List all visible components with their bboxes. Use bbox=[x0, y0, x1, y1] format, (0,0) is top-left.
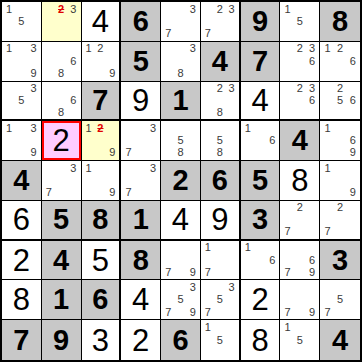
empty-candidate-slot bbox=[306, 346, 318, 359]
candidate-1: 1 bbox=[3, 122, 15, 134]
empty-candidate-slot bbox=[306, 214, 318, 226]
empty-candidate-slot bbox=[28, 94, 40, 106]
empty-candidate-slot bbox=[321, 67, 334, 79]
empty-candidate-slot bbox=[106, 43, 118, 55]
solved-digit: 5 bbox=[92, 245, 109, 276]
empty-candidate-slot bbox=[174, 15, 186, 27]
empty-candidate-slot bbox=[226, 254, 238, 266]
cell-r3c8[interactable]: 236 bbox=[280, 82, 320, 122]
empty-candidate-slot bbox=[266, 122, 278, 134]
empty-candidate-slot bbox=[43, 67, 55, 79]
given-digit: 6 bbox=[172, 326, 188, 355]
pencil-marks: 256 bbox=[321, 83, 359, 119]
cell-r1c8[interactable]: 15 bbox=[280, 2, 320, 42]
empty-candidate-slot bbox=[242, 135, 254, 147]
pencil-marks: 139 bbox=[3, 43, 40, 80]
empty-candidate-slot bbox=[122, 122, 134, 134]
empty-candidate-slot bbox=[94, 55, 106, 67]
empty-candidate-slot bbox=[15, 28, 27, 40]
empty-candidate-slot bbox=[306, 202, 318, 214]
candidate-9: 9 bbox=[187, 266, 199, 278]
pencil-marks: 236 bbox=[281, 83, 318, 119]
empty-candidate-slot bbox=[321, 55, 334, 67]
empty-candidate-slot bbox=[334, 55, 347, 67]
empty-candidate-slot bbox=[55, 43, 67, 55]
given-digit: 2 bbox=[172, 166, 188, 195]
empty-candidate-slot bbox=[174, 28, 186, 40]
empty-candidate-slot bbox=[3, 147, 15, 159]
cell-r5c1[interactable]: 4 bbox=[2, 161, 42, 201]
empty-candidate-slot bbox=[334, 306, 347, 318]
empty-candidate-slot bbox=[294, 294, 306, 306]
empty-candidate-slot bbox=[202, 94, 214, 106]
empty-candidate-slot bbox=[294, 254, 306, 266]
empty-candidate-slot bbox=[294, 67, 306, 79]
empty-candidate-slot bbox=[106, 122, 118, 134]
candidate-7: 7 bbox=[202, 28, 214, 40]
empty-candidate-slot bbox=[281, 15, 293, 27]
empty-candidate-slot bbox=[294, 281, 306, 293]
cell-r9c7[interactable]: 8 bbox=[241, 320, 281, 360]
empty-candidate-slot bbox=[15, 106, 27, 118]
empty-candidate-slot bbox=[266, 242, 278, 254]
empty-candidate-slot bbox=[226, 28, 238, 40]
empty-candidate-slot bbox=[281, 67, 293, 79]
candidate-7: 7 bbox=[43, 187, 55, 199]
empty-candidate-slot bbox=[334, 214, 347, 226]
candidate-2: 2 bbox=[214, 3, 226, 15]
pencil-marks: 79 bbox=[162, 242, 199, 279]
pencil-marks: 19 bbox=[321, 162, 359, 199]
cell-r1c5[interactable]: 37 bbox=[161, 2, 201, 42]
empty-candidate-slot bbox=[214, 94, 226, 106]
empty-candidate-slot bbox=[226, 334, 238, 347]
cell-r9c2[interactable]: 9 bbox=[42, 320, 82, 360]
empty-candidate-slot bbox=[254, 242, 266, 254]
solved-digit: 4 bbox=[251, 85, 268, 116]
empty-candidate-slot bbox=[83, 67, 95, 79]
pencil-marks: 17 bbox=[202, 242, 238, 279]
empty-candidate-slot bbox=[226, 266, 238, 278]
cell-r2c5[interactable]: 38 bbox=[161, 42, 201, 82]
cell-r9c8[interactable]: 15 bbox=[280, 320, 320, 360]
candidate-1: 1 bbox=[281, 321, 293, 334]
pencil-marks: 679 bbox=[281, 242, 318, 279]
cell-r7c5[interactable]: 79 bbox=[161, 241, 201, 281]
cell-r9c3[interactable]: 3 bbox=[82, 320, 122, 360]
empty-candidate-slot bbox=[306, 67, 318, 79]
cell-r5c9[interactable]: 19 bbox=[320, 161, 360, 201]
empty-candidate-slot bbox=[147, 135, 159, 147]
empty-candidate-slot bbox=[28, 55, 40, 67]
empty-candidate-slot bbox=[174, 306, 186, 318]
empty-candidate-slot bbox=[162, 55, 174, 67]
empty-candidate-slot bbox=[242, 266, 254, 278]
candidate-7: 7 bbox=[321, 306, 334, 318]
empty-candidate-slot bbox=[346, 106, 359, 118]
candidate-3: 3 bbox=[187, 281, 199, 293]
candidate-2: 2 bbox=[334, 43, 347, 55]
cell-r9c1[interactable]: 7 bbox=[2, 320, 42, 360]
empty-candidate-slot bbox=[94, 135, 106, 147]
candidate-5: 5 bbox=[174, 294, 186, 306]
empty-candidate-slot bbox=[162, 147, 174, 159]
candidate-8: 8 bbox=[214, 106, 226, 118]
empty-candidate-slot bbox=[294, 3, 306, 15]
empty-candidate-slot bbox=[321, 106, 334, 118]
cell-r1c7[interactable]: 9 bbox=[241, 2, 281, 42]
empty-candidate-slot bbox=[321, 94, 334, 106]
empty-candidate-slot bbox=[67, 28, 79, 40]
cell-r6c9[interactable]: 27 bbox=[320, 201, 360, 241]
candidate-9: 9 bbox=[346, 147, 359, 159]
empty-candidate-slot bbox=[162, 254, 174, 266]
empty-candidate-slot bbox=[306, 281, 318, 293]
given-digit: 9 bbox=[252, 7, 268, 36]
empty-candidate-slot bbox=[321, 187, 334, 199]
empty-candidate-slot bbox=[306, 294, 318, 306]
pencil-marks: 15 bbox=[3, 3, 40, 40]
empty-candidate-slot bbox=[294, 106, 306, 118]
empty-candidate-slot bbox=[15, 3, 27, 15]
empty-candidate-slot bbox=[226, 135, 238, 147]
cell-r6c2[interactable]: 5 bbox=[42, 201, 82, 241]
cell-r8c4[interactable]: 4 bbox=[121, 280, 161, 320]
cell-r8c3[interactable]: 6 bbox=[82, 280, 122, 320]
candidate-8: 8 bbox=[174, 67, 186, 79]
empty-candidate-slot bbox=[28, 106, 40, 118]
empty-candidate-slot bbox=[174, 281, 186, 293]
empty-candidate-slot bbox=[162, 135, 174, 147]
empty-candidate-slot bbox=[67, 174, 79, 186]
cell-r4c9[interactable]: 169 bbox=[320, 121, 360, 161]
empty-candidate-slot bbox=[55, 55, 67, 67]
empty-candidate-slot bbox=[174, 122, 186, 134]
cell-r5c2[interactable]: 37 bbox=[42, 161, 82, 201]
empty-candidate-slot bbox=[135, 162, 147, 174]
empty-candidate-slot bbox=[15, 83, 27, 95]
cell-r2c8[interactable]: 236 bbox=[280, 42, 320, 82]
candidate-5: 5 bbox=[334, 94, 347, 106]
cell-r1c6[interactable]: 237 bbox=[201, 2, 241, 42]
empty-candidate-slot bbox=[202, 135, 214, 147]
cell-r7c9[interactable]: 3 bbox=[320, 241, 360, 281]
solved-digit: 2 bbox=[251, 284, 268, 315]
pencil-marks: 16 bbox=[242, 122, 279, 159]
cell-r2c4[interactable]: 5 bbox=[121, 42, 161, 82]
empty-candidate-slot bbox=[226, 294, 238, 306]
empty-candidate-slot bbox=[43, 15, 55, 27]
cell-r3c3[interactable]: 7 bbox=[82, 82, 122, 122]
pencil-marks: 68 bbox=[43, 43, 80, 80]
empty-candidate-slot bbox=[214, 254, 226, 266]
pencil-marks: 37 bbox=[162, 3, 199, 40]
cell-r1c4[interactable]: 6 bbox=[121, 2, 161, 42]
cell-r7c1[interactable]: 2 bbox=[2, 241, 42, 281]
candidate-5: 5 bbox=[214, 334, 226, 347]
cell-r4c4[interactable]: 37 bbox=[121, 121, 161, 161]
pencil-marks: 129 bbox=[83, 43, 119, 80]
given-digit: 7 bbox=[92, 86, 108, 115]
empty-candidate-slot bbox=[281, 254, 293, 266]
cell-r2c6[interactable]: 4 bbox=[201, 42, 241, 82]
cell-r7c2[interactable]: 4 bbox=[42, 241, 82, 281]
empty-candidate-slot bbox=[43, 174, 55, 186]
cell-r9c6[interactable]: 15 bbox=[201, 320, 241, 360]
given-digit: 4 bbox=[292, 126, 308, 155]
cell-r6c3[interactable]: 8 bbox=[82, 201, 122, 241]
empty-candidate-slot bbox=[294, 242, 306, 254]
candidate-9: 9 bbox=[346, 187, 359, 199]
empty-candidate-slot bbox=[214, 321, 226, 334]
cell-r9c9[interactable]: 4 bbox=[320, 320, 360, 360]
cell-r3c1[interactable]: 35 bbox=[2, 82, 42, 122]
cell-r3c2[interactable]: 68 bbox=[42, 82, 82, 122]
cell-r4c8[interactable]: 4 bbox=[280, 121, 320, 161]
candidate-9: 9 bbox=[187, 306, 199, 318]
candidate-6: 6 bbox=[346, 94, 359, 106]
cell-r2c2[interactable]: 68 bbox=[42, 42, 82, 82]
empty-candidate-slot bbox=[226, 122, 238, 134]
given-digit: 1 bbox=[133, 205, 149, 234]
empty-candidate-slot bbox=[214, 28, 226, 40]
empty-candidate-slot bbox=[43, 94, 55, 106]
cell-r1c1[interactable]: 15 bbox=[2, 2, 42, 42]
cell-r8c1[interactable]: 8 bbox=[2, 280, 42, 320]
empty-candidate-slot bbox=[321, 214, 334, 226]
cell-r6c4[interactable]: 1 bbox=[121, 201, 161, 241]
empty-candidate-slot bbox=[346, 162, 359, 174]
empty-candidate-slot bbox=[162, 3, 174, 15]
empty-candidate-slot bbox=[294, 94, 306, 106]
empty-candidate-slot bbox=[55, 83, 67, 95]
solved-digit: 8 bbox=[251, 325, 268, 356]
candidate-1: 1 bbox=[3, 43, 15, 55]
empty-candidate-slot bbox=[281, 214, 293, 226]
empty-candidate-slot bbox=[321, 83, 334, 95]
empty-candidate-slot bbox=[55, 187, 67, 199]
empty-candidate-slot bbox=[147, 174, 159, 186]
cell-r2c3[interactable]: 129 bbox=[82, 42, 122, 82]
cell-r7c3[interactable]: 5 bbox=[82, 241, 122, 281]
cell-r5c7[interactable]: 5 bbox=[241, 161, 281, 201]
cell-r3c9[interactable]: 256 bbox=[320, 82, 360, 122]
empty-candidate-slot bbox=[202, 122, 214, 134]
cell-r1c3[interactable]: 4 bbox=[82, 2, 122, 42]
pencil-marks: 37 bbox=[122, 122, 159, 159]
empty-candidate-slot bbox=[174, 254, 186, 266]
cell-r1c2[interactable]: 23 bbox=[42, 2, 82, 42]
empty-candidate-slot bbox=[83, 174, 95, 186]
cell-r7c6[interactable]: 17 bbox=[201, 241, 241, 281]
empty-candidate-slot bbox=[321, 294, 334, 306]
cell-r4c2[interactable]: 2 bbox=[42, 121, 82, 161]
candidate-5: 5 bbox=[15, 15, 27, 27]
cell-r2c9[interactable]: 126 bbox=[320, 42, 360, 82]
given-digit: 4 bbox=[212, 47, 228, 76]
empty-candidate-slot bbox=[83, 135, 95, 147]
empty-candidate-slot bbox=[28, 15, 40, 27]
candidate-5: 5 bbox=[214, 135, 226, 147]
empty-candidate-slot bbox=[67, 187, 79, 199]
cell-r6c5[interactable]: 4 bbox=[161, 201, 201, 241]
cell-r2c7[interactable]: 7 bbox=[241, 42, 281, 82]
cell-r4c7[interactable]: 16 bbox=[241, 121, 281, 161]
cell-r9c5[interactable]: 6 bbox=[161, 320, 201, 360]
empty-candidate-slot bbox=[254, 135, 266, 147]
candidate-7: 7 bbox=[162, 266, 174, 278]
solved-digit: 2 bbox=[53, 125, 70, 156]
cell-r7c7[interactable]: 16 bbox=[241, 241, 281, 281]
empty-candidate-slot bbox=[226, 306, 238, 318]
given-digit: 5 bbox=[53, 205, 69, 234]
empty-candidate-slot bbox=[226, 147, 238, 159]
candidate-1: 1 bbox=[83, 162, 95, 174]
candidate-3: 3 bbox=[147, 162, 159, 174]
candidate-7: 7 bbox=[281, 226, 293, 238]
given-digit: 7 bbox=[13, 326, 29, 355]
cell-r8c8[interactable]: 79 bbox=[280, 280, 320, 320]
empty-candidate-slot bbox=[202, 294, 214, 306]
pencil-marks: 27 bbox=[321, 202, 359, 238]
empty-candidate-slot bbox=[187, 28, 199, 40]
candidate-8: 8 bbox=[55, 67, 67, 79]
cell-r8c2[interactable]: 1 bbox=[42, 280, 82, 320]
cell-r3c6[interactable]: 238 bbox=[201, 82, 241, 122]
cell-r4c1[interactable]: 139 bbox=[2, 121, 42, 161]
empty-candidate-slot bbox=[67, 67, 79, 79]
empty-candidate-slot bbox=[294, 214, 306, 226]
given-digit: 8 bbox=[133, 246, 149, 275]
empty-candidate-slot bbox=[202, 106, 214, 118]
empty-candidate-slot bbox=[15, 67, 27, 79]
empty-candidate-slot bbox=[174, 242, 186, 254]
cell-r8c9[interactable]: 57 bbox=[320, 280, 360, 320]
cell-r3c5[interactable]: 1 bbox=[161, 82, 201, 122]
cell-r2c1[interactable]: 139 bbox=[2, 42, 42, 82]
candidate-1: 1 bbox=[202, 321, 214, 334]
empty-candidate-slot bbox=[3, 67, 15, 79]
solved-digit: 4 bbox=[92, 6, 109, 37]
cell-r9c4[interactable]: 2 bbox=[121, 320, 161, 360]
pencil-marks: 15 bbox=[281, 321, 318, 359]
cell-r4c6[interactable]: 58 bbox=[201, 121, 241, 161]
cell-r6c8[interactable]: 27 bbox=[280, 201, 320, 241]
empty-candidate-slot bbox=[94, 187, 106, 199]
empty-candidate-slot bbox=[281, 94, 293, 106]
given-digit: 8 bbox=[332, 7, 348, 36]
cell-r8c5[interactable]: 3579 bbox=[161, 280, 201, 320]
empty-candidate-slot bbox=[174, 43, 186, 55]
solved-digit: 4 bbox=[172, 204, 189, 235]
cell-r6c7[interactable]: 3 bbox=[241, 201, 281, 241]
cell-r8c7[interactable]: 2 bbox=[241, 280, 281, 320]
cell-r5c4[interactable]: 37 bbox=[121, 161, 161, 201]
empty-candidate-slot bbox=[334, 147, 347, 159]
empty-candidate-slot bbox=[187, 147, 199, 159]
empty-candidate-slot bbox=[67, 15, 79, 27]
empty-candidate-slot bbox=[334, 67, 347, 79]
empty-candidate-slot bbox=[281, 346, 293, 359]
cell-r5c8[interactable]: 8 bbox=[280, 161, 320, 201]
empty-candidate-slot bbox=[106, 174, 118, 186]
empty-candidate-slot bbox=[28, 3, 40, 15]
empty-candidate-slot bbox=[254, 122, 266, 134]
empty-candidate-slot bbox=[242, 147, 254, 159]
empty-candidate-slot bbox=[135, 174, 147, 186]
cell-r3c7[interactable]: 4 bbox=[241, 82, 281, 122]
given-digit: 3 bbox=[252, 205, 268, 234]
cell-r5c5[interactable]: 2 bbox=[161, 161, 201, 201]
empty-candidate-slot bbox=[67, 43, 79, 55]
candidate-9: 9 bbox=[28, 67, 40, 79]
candidate-5: 5 bbox=[294, 15, 306, 27]
pencil-marks: 58 bbox=[202, 122, 238, 159]
cell-r4c5[interactable]: 58 bbox=[161, 121, 201, 161]
empty-candidate-slot bbox=[321, 147, 334, 159]
cell-r3c4[interactable]: 9 bbox=[121, 82, 161, 122]
empty-candidate-slot bbox=[162, 122, 174, 134]
empty-candidate-slot bbox=[202, 334, 214, 347]
empty-candidate-slot bbox=[294, 28, 306, 40]
cell-r7c8[interactable]: 679 bbox=[280, 241, 320, 281]
empty-candidate-slot bbox=[346, 43, 359, 55]
candidate-6: 6 bbox=[67, 94, 79, 106]
empty-candidate-slot bbox=[226, 242, 238, 254]
empty-candidate-slot bbox=[294, 226, 306, 238]
sudoku-board: 1523463723791581396812953847236126356879… bbox=[0, 0, 362, 362]
empty-candidate-slot bbox=[162, 15, 174, 27]
given-digit: 6 bbox=[133, 7, 149, 36]
cell-r1c9[interactable]: 8 bbox=[320, 2, 360, 42]
candidate-3: 3 bbox=[187, 43, 199, 55]
given-digit: 1 bbox=[172, 86, 188, 115]
pencil-marks: 19 bbox=[83, 162, 119, 199]
pencil-marks: 15 bbox=[202, 321, 238, 359]
candidate-2: 2 bbox=[294, 202, 306, 214]
cell-r5c3[interactable]: 19 bbox=[82, 161, 122, 201]
empty-candidate-slot bbox=[106, 135, 118, 147]
empty-candidate-slot bbox=[187, 254, 199, 266]
candidate-2: 2 bbox=[334, 202, 347, 214]
empty-candidate-slot bbox=[94, 162, 106, 174]
empty-candidate-slot bbox=[254, 254, 266, 266]
empty-candidate-slot bbox=[346, 281, 359, 293]
cell-r7c4[interactable]: 8 bbox=[121, 241, 161, 281]
empty-candidate-slot bbox=[281, 281, 293, 293]
candidate-9: 9 bbox=[306, 266, 318, 278]
empty-candidate-slot bbox=[321, 174, 334, 186]
candidate-3: 3 bbox=[226, 3, 238, 15]
empty-candidate-slot bbox=[187, 55, 199, 67]
candidate-5: 5 bbox=[214, 294, 226, 306]
candidate-3: 3 bbox=[147, 122, 159, 134]
pencil-marks: 23 bbox=[43, 3, 80, 40]
empty-candidate-slot bbox=[94, 67, 106, 79]
cell-r5c6[interactable]: 6 bbox=[201, 161, 241, 201]
candidate-3: 3 bbox=[226, 281, 238, 293]
empty-candidate-slot bbox=[122, 135, 134, 147]
candidate-1: 1 bbox=[242, 122, 254, 134]
empty-candidate-slot bbox=[306, 15, 318, 27]
cell-r4c3[interactable]: 129 bbox=[82, 121, 122, 161]
empty-candidate-slot bbox=[346, 294, 359, 306]
cell-r6c6[interactable]: 9 bbox=[201, 201, 241, 241]
solved-digit: 9 bbox=[132, 85, 149, 116]
pencil-marks: 237 bbox=[202, 3, 238, 40]
cell-r6c1[interactable]: 6 bbox=[2, 201, 42, 241]
cell-r8c6[interactable]: 357 bbox=[201, 280, 241, 320]
